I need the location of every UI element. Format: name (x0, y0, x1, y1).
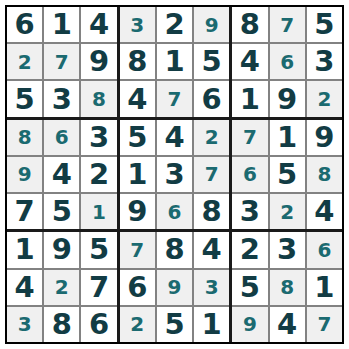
sudoku-cell-r7c5[interactable]: 8 (157, 232, 192, 267)
sudoku-cell-r6c3[interactable]: 1 (81, 194, 116, 229)
sudoku-cell-r8c6[interactable]: 3 (194, 270, 229, 305)
sudoku-cell-r6c2[interactable]: 5 (44, 194, 79, 229)
sudoku-cell-r1c4[interactable]: 3 (120, 7, 155, 42)
sudoku-cell-r7c7[interactable]: 2 (232, 232, 267, 267)
sudoku-cell-r2c6[interactable]: 5 (194, 44, 229, 79)
sudoku-cell-r4c6[interactable]: 2 (194, 120, 229, 155)
sudoku-cell-r7c8[interactable]: 3 (270, 232, 305, 267)
sudoku-block-3: 875463192 (232, 7, 342, 117)
sudoku-cell-r4c5[interactable]: 4 (157, 120, 192, 155)
sudoku-cell-r6c9[interactable]: 4 (307, 194, 342, 229)
sudoku-block-5: 542137968 (120, 120, 230, 230)
sudoku-cell-r4c9[interactable]: 9 (307, 120, 342, 155)
sudoku-cell-r8c8[interactable]: 8 (270, 270, 305, 305)
sudoku-cell-r8c9[interactable]: 1 (307, 270, 342, 305)
sudoku-cell-r8c7[interactable]: 5 (232, 270, 267, 305)
sudoku-block-9: 236581947 (232, 232, 342, 342)
sudoku-cell-r1c8[interactable]: 7 (270, 7, 305, 42)
sudoku-cell-r7c3[interactable]: 5 (81, 232, 116, 267)
sudoku-cell-r8c4[interactable]: 6 (120, 270, 155, 305)
sudoku-cell-r2c8[interactable]: 6 (270, 44, 305, 79)
sudoku-block-8: 784693251 (120, 232, 230, 342)
sudoku-cell-r3c6[interactable]: 6 (194, 81, 229, 116)
sudoku-cell-r5c6[interactable]: 7 (194, 157, 229, 192)
sudoku-cell-r3c9[interactable]: 2 (307, 81, 342, 116)
sudoku-cell-r3c4[interactable]: 4 (120, 81, 155, 116)
sudoku-cell-r2c4[interactable]: 8 (120, 44, 155, 79)
sudoku-block-7: 195427386 (7, 232, 117, 342)
sudoku-cell-r6c6[interactable]: 8 (194, 194, 229, 229)
sudoku-cell-r4c2[interactable]: 6 (44, 120, 79, 155)
sudoku-cell-r4c8[interactable]: 1 (270, 120, 305, 155)
sudoku-cell-r3c1[interactable]: 5 (7, 81, 42, 116)
sudoku-cell-r1c9[interactable]: 5 (307, 7, 342, 42)
sudoku-cell-r2c3[interactable]: 9 (81, 44, 116, 79)
sudoku-cell-r2c7[interactable]: 4 (232, 44, 267, 79)
sudoku-cell-r9c1[interactable]: 3 (7, 307, 42, 342)
sudoku-cell-r8c2[interactable]: 2 (44, 270, 79, 305)
sudoku-cell-r6c1[interactable]: 7 (7, 194, 42, 229)
sudoku-cell-r6c4[interactable]: 9 (120, 194, 155, 229)
sudoku-cell-r8c3[interactable]: 7 (81, 270, 116, 305)
sudoku-cell-r6c5[interactable]: 6 (157, 194, 192, 229)
sudoku-cell-r3c7[interactable]: 1 (232, 81, 267, 116)
sudoku-cell-r2c2[interactable]: 7 (44, 44, 79, 79)
sudoku-cell-r5c1[interactable]: 9 (7, 157, 42, 192)
sudoku-cell-r9c4[interactable]: 2 (120, 307, 155, 342)
sudoku-cell-r7c1[interactable]: 1 (7, 232, 42, 267)
sudoku-block-2: 329815476 (120, 7, 230, 117)
sudoku-cell-r7c2[interactable]: 9 (44, 232, 79, 267)
sudoku-cell-r9c2[interactable]: 8 (44, 307, 79, 342)
sudoku-cell-r5c2[interactable]: 4 (44, 157, 79, 192)
sudoku-cell-r2c9[interactable]: 3 (307, 44, 342, 79)
sudoku-cell-r9c7[interactable]: 9 (232, 307, 267, 342)
sudoku-cell-r9c6[interactable]: 1 (194, 307, 229, 342)
sudoku-cell-r1c5[interactable]: 2 (157, 7, 192, 42)
sudoku-cell-r3c5[interactable]: 7 (157, 81, 192, 116)
sudoku-cell-r9c9[interactable]: 7 (307, 307, 342, 342)
sudoku-cell-r7c9[interactable]: 6 (307, 232, 342, 267)
sudoku-cell-r9c8[interactable]: 4 (270, 307, 305, 342)
sudoku-cell-r7c4[interactable]: 7 (120, 232, 155, 267)
sudoku-cell-r6c8[interactable]: 2 (270, 194, 305, 229)
sudoku-cell-r4c3[interactable]: 3 (81, 120, 116, 155)
sudoku-cell-r3c2[interactable]: 3 (44, 81, 79, 116)
sudoku-block-6: 719658324 (232, 120, 342, 230)
sudoku-cell-r4c1[interactable]: 8 (7, 120, 42, 155)
sudoku-cell-r5c9[interactable]: 8 (307, 157, 342, 192)
sudoku-cell-r5c4[interactable]: 1 (120, 157, 155, 192)
sudoku-cell-r9c3[interactable]: 6 (81, 307, 116, 342)
sudoku-board: 6142795383298154768754631928639427515421… (5, 5, 344, 344)
sudoku-cell-r1c1[interactable]: 6 (7, 7, 42, 42)
sudoku-cell-r6c7[interactable]: 3 (232, 194, 267, 229)
sudoku-cell-r8c1[interactable]: 4 (7, 270, 42, 305)
sudoku-cell-r2c1[interactable]: 2 (7, 44, 42, 79)
sudoku-cell-r5c3[interactable]: 2 (81, 157, 116, 192)
sudoku-cell-r9c5[interactable]: 5 (157, 307, 192, 342)
sudoku-cell-r1c2[interactable]: 1 (44, 7, 79, 42)
sudoku-cell-r3c3[interactable]: 8 (81, 81, 116, 116)
sudoku-cell-r5c5[interactable]: 3 (157, 157, 192, 192)
sudoku-cell-r5c7[interactable]: 6 (232, 157, 267, 192)
sudoku-block-4: 863942751 (7, 120, 117, 230)
sudoku-cell-r3c8[interactable]: 9 (270, 81, 305, 116)
sudoku-cell-r7c6[interactable]: 4 (194, 232, 229, 267)
sudoku-block-1: 614279538 (7, 7, 117, 117)
sudoku-cell-r2c5[interactable]: 1 (157, 44, 192, 79)
sudoku-cell-r4c4[interactable]: 5 (120, 120, 155, 155)
sudoku-cell-r1c7[interactable]: 8 (232, 7, 267, 42)
sudoku-cell-r1c3[interactable]: 4 (81, 7, 116, 42)
sudoku-cell-r8c5[interactable]: 9 (157, 270, 192, 305)
sudoku-cell-r4c7[interactable]: 7 (232, 120, 267, 155)
sudoku-cell-r5c8[interactable]: 5 (270, 157, 305, 192)
sudoku-cell-r1c6[interactable]: 9 (194, 7, 229, 42)
